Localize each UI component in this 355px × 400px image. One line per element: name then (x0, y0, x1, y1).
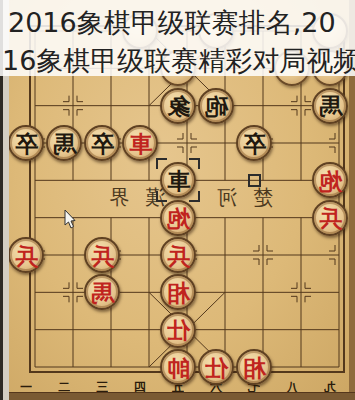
title-line-2: 16象棋甲级联赛精彩对局视频 (2, 43, 355, 79)
piece-black-soldier-a[interactable]: 卒 (8, 125, 44, 161)
piece-red-advisor-center[interactable]: 仕 (160, 312, 196, 348)
piece-red-elephant-right[interactable]: 相 (236, 349, 272, 385)
screenshot-root: 漢界 楚河 一二三四五六七八九 象砲馬卒馬卒車卒車炮炮兵兵兵兵馬相仕帥仕相 20… (0, 0, 355, 400)
piece-glyph: 馬 (319, 94, 342, 117)
piece-glyph: 馬 (91, 281, 114, 304)
mouse-cursor-icon (62, 210, 78, 230)
piece-red-soldier-c[interactable]: 兵 (160, 237, 196, 273)
piece-black-cannon[interactable]: 砲 (198, 88, 234, 124)
piece-glyph: 馬 (53, 132, 76, 155)
piece-glyph: 兵 (319, 206, 342, 229)
piece-glyph: 仕 (167, 318, 190, 341)
last-move-from-marker (248, 174, 261, 187)
piece-black-horse-right[interactable]: 馬 (312, 88, 348, 124)
piece-red-soldier-d[interactable]: 兵 (312, 200, 348, 236)
piece-glyph: 帥 (167, 356, 190, 379)
video-title-overlay[interactable]: 2016象棋甲级联赛排名,20 16象棋甲级联赛精彩对局视频 (0, 0, 355, 76)
river-label-right: 楚河 (189, 184, 285, 210)
piece-glyph: 兵 (167, 244, 190, 267)
piece-glyph: 炮 (167, 206, 190, 229)
piece-red-chariot[interactable]: 車 (122, 125, 158, 161)
piece-red-general[interactable]: 帥 (160, 349, 196, 385)
piece-black-elephant[interactable]: 象 (160, 88, 196, 124)
piece-glyph: 砲 (205, 94, 228, 117)
piece-glyph: 卒 (243, 132, 266, 155)
piece-glyph: 相 (243, 356, 266, 379)
piece-glyph: 兵 (15, 244, 38, 267)
piece-glyph: 卒 (91, 132, 114, 155)
piece-glyph: 象 (167, 94, 190, 117)
last-move-to-marker (156, 158, 200, 202)
piece-glyph: 炮 (319, 169, 342, 192)
board-edge-bottom (9, 392, 355, 400)
piece-black-soldier-b[interactable]: 卒 (84, 125, 120, 161)
piece-red-advisor-right[interactable]: 仕 (198, 349, 234, 385)
piece-glyph: 兵 (91, 244, 114, 267)
title-line-1: 2016象棋甲级联赛排名,20 (8, 5, 336, 41)
piece-red-soldier-a[interactable]: 兵 (8, 237, 44, 273)
piece-red-soldier-b[interactable]: 兵 (84, 237, 120, 273)
piece-red-cannon-center[interactable]: 炮 (160, 200, 196, 236)
piece-glyph: 卒 (15, 132, 38, 155)
piece-black-horse-left[interactable]: 馬 (46, 125, 82, 161)
piece-glyph: 車 (129, 132, 152, 155)
piece-glyph: 仕 (205, 356, 228, 379)
piece-black-soldier-c[interactable]: 卒 (236, 125, 272, 161)
piece-glyph: 相 (167, 281, 190, 304)
